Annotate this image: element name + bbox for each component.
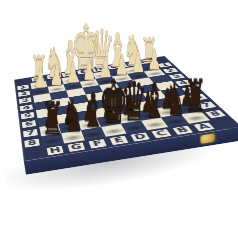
file-label-g: G xyxy=(68,142,86,152)
piece-white-pawn-h2: ♟ xyxy=(33,64,47,92)
piece-black-bishop-c8: ♝ xyxy=(143,78,166,125)
rank-label-8: 8 xyxy=(24,139,40,148)
piece-black-rook-h8: ♜ xyxy=(41,96,63,141)
piece-black-knight-g8: ♞ xyxy=(62,94,84,138)
rank-label-6: 6 xyxy=(22,120,37,128)
file-label-c: C xyxy=(152,129,172,138)
chess-board: ♜♞♝♚♛♝♞♜♟♟♟♟♟♟♟♟♟♟♟♟♟♟♟♟♜♞♝♚♛♝♞♜ 1122334… xyxy=(14,56,238,161)
piece-black-rook-a8: ♜ xyxy=(184,74,206,119)
rank-label-2: 2 xyxy=(18,91,30,97)
product-photo: ♜♞♝♚♛♝♞♜♟♟♟♟♟♟♟♟♟♟♟♟♟♟♟♟♜♞♝♚♛♝♞♜ 1122334… xyxy=(0,0,238,238)
rank-label-7: 7 xyxy=(23,129,38,138)
rank-label-5: 5 xyxy=(21,112,35,119)
piece-white-pawn-e2: ♟ xyxy=(82,56,96,84)
piece-white-pawn-f2: ♟ xyxy=(66,59,80,87)
file-label-h: H xyxy=(47,146,64,156)
rank-label-1: 1 xyxy=(17,84,29,90)
piece-white-pawn-a2: ♟ xyxy=(147,46,161,74)
rank-label-3: 3 xyxy=(19,97,32,104)
file-label-a: A xyxy=(193,122,215,131)
file-label-f: F xyxy=(89,139,107,149)
board-grid: ♜♞♝♚♛♝♞♜♟♟♟♟♟♟♟♟♟♟♟♟♟♟♟♟♜♞♝♚♛♝♞♜ xyxy=(30,63,210,146)
rank-label-4: 4 xyxy=(20,104,33,111)
piece-black-knight-b8: ♞ xyxy=(164,78,186,122)
piece-white-pawn-g2: ♟ xyxy=(50,61,64,89)
brass-clasp xyxy=(200,133,215,144)
file-label-b: B xyxy=(173,126,194,135)
file-label-e: E xyxy=(110,136,129,146)
rank-label-8: 8 xyxy=(205,110,226,118)
file-label-d: D xyxy=(131,132,151,141)
